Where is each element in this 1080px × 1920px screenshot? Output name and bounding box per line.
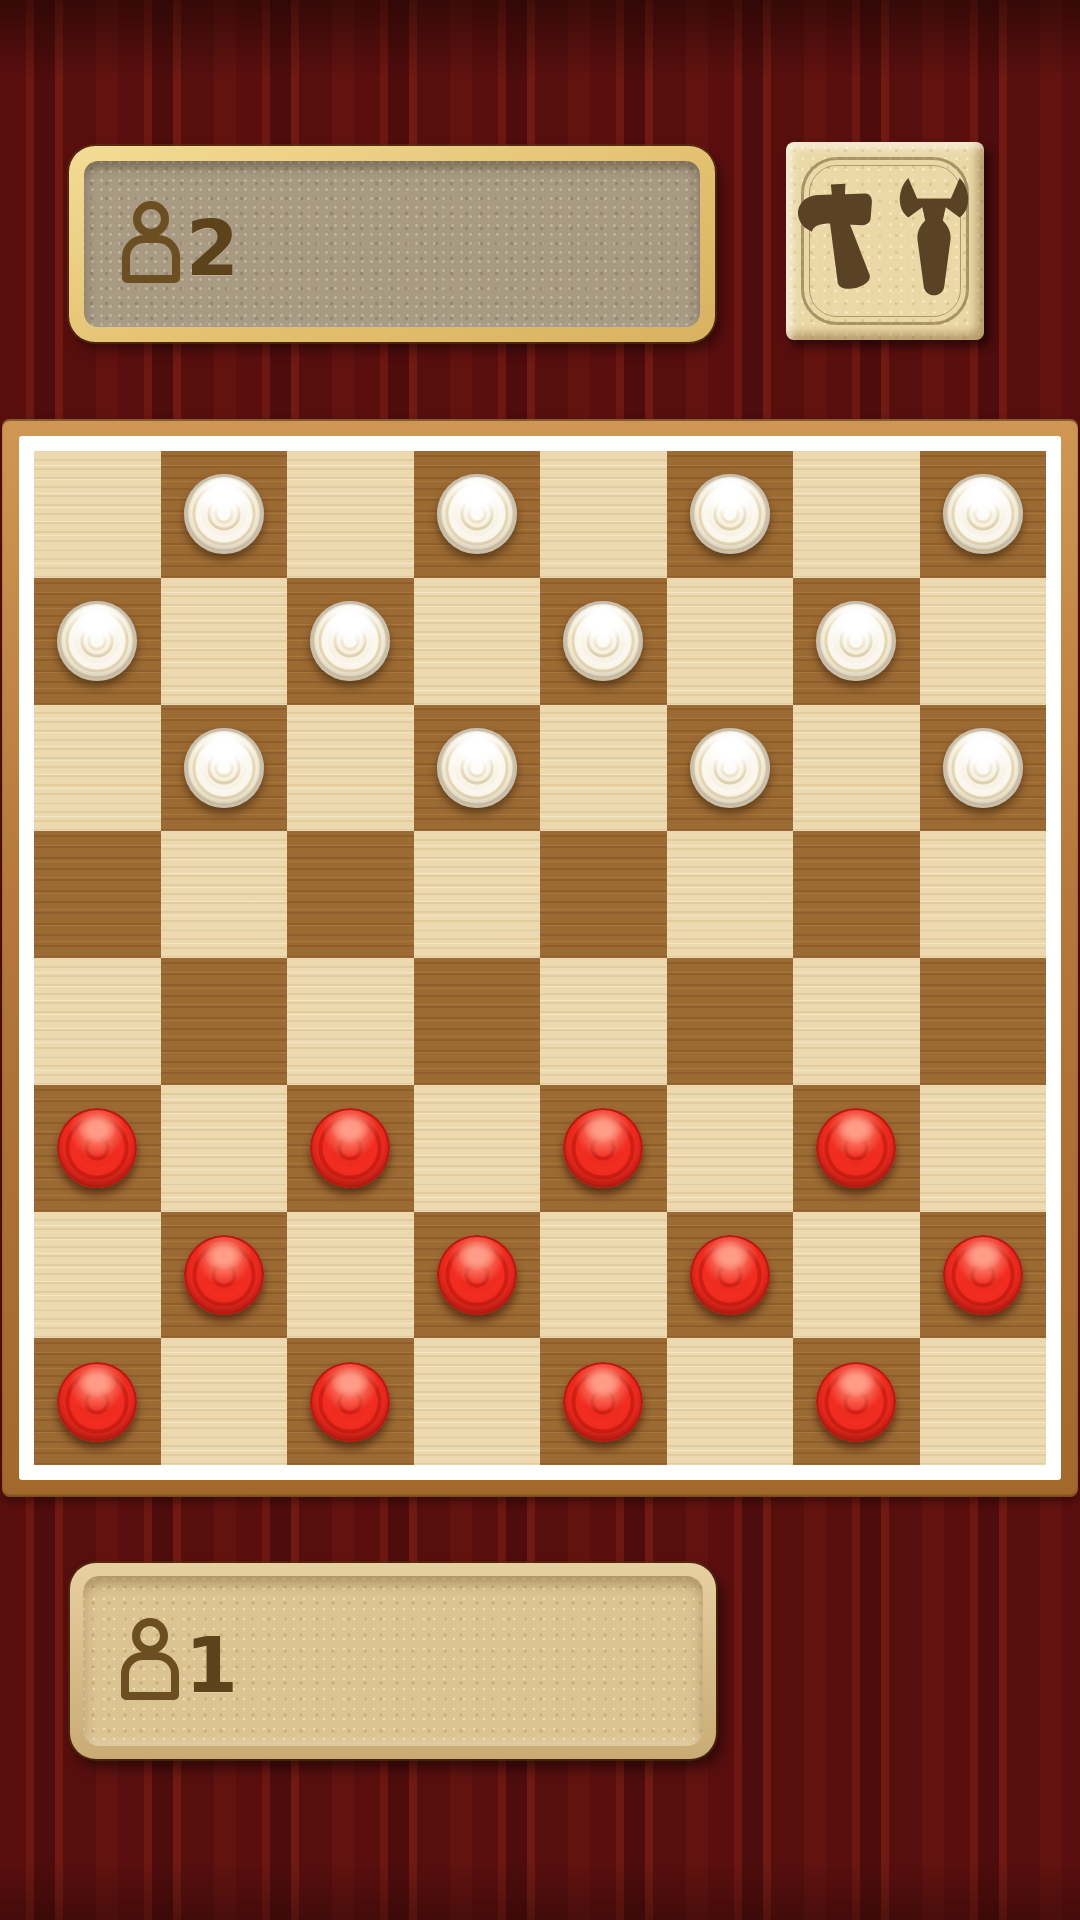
board-cell xyxy=(414,831,541,958)
white-checker[interactable] xyxy=(943,474,1023,554)
board-cell[interactable] xyxy=(667,705,794,832)
board-cell[interactable] xyxy=(414,1212,541,1339)
board-cell[interactable] xyxy=(540,831,667,958)
white-checker[interactable] xyxy=(184,474,264,554)
board-cell xyxy=(920,1085,1047,1212)
board-cell[interactable] xyxy=(161,451,288,578)
board-cell xyxy=(540,451,667,578)
wrench-icon xyxy=(897,175,971,307)
white-checker[interactable] xyxy=(563,601,643,681)
board-cell xyxy=(34,1212,161,1339)
white-checker[interactable] xyxy=(310,601,390,681)
red-checker[interactable] xyxy=(563,1362,643,1442)
board-cell xyxy=(793,1212,920,1339)
player2-number: 2 xyxy=(186,211,237,287)
white-checker[interactable] xyxy=(184,728,264,808)
red-checker[interactable] xyxy=(57,1108,137,1188)
board-cell[interactable] xyxy=(667,958,794,1085)
board-cell xyxy=(793,958,920,1085)
red-checker[interactable] xyxy=(310,1362,390,1442)
board-cell xyxy=(34,705,161,832)
board-cell[interactable] xyxy=(161,958,288,1085)
board-cell xyxy=(667,831,794,958)
board-cell[interactable] xyxy=(667,1212,794,1339)
person-head-icon xyxy=(132,1618,168,1654)
board-cell[interactable] xyxy=(414,705,541,832)
board-cell xyxy=(287,958,414,1085)
board-cell xyxy=(414,578,541,705)
person-body-icon xyxy=(122,235,180,283)
player1-badge: 1 xyxy=(121,1618,236,1704)
board-grid xyxy=(34,451,1046,1465)
board-cell[interactable] xyxy=(287,831,414,958)
red-checker[interactable] xyxy=(816,1108,896,1188)
board-cell[interactable] xyxy=(540,578,667,705)
red-checker[interactable] xyxy=(563,1108,643,1188)
board-cell xyxy=(287,1212,414,1339)
board-cell[interactable] xyxy=(34,831,161,958)
red-checker[interactable] xyxy=(184,1235,264,1315)
player1-number: 1 xyxy=(185,1628,236,1704)
board-cell xyxy=(161,1085,288,1212)
hammer-wrench-icon xyxy=(786,142,984,340)
board-cell xyxy=(161,831,288,958)
board-cell[interactable] xyxy=(920,1212,1047,1339)
board-cell xyxy=(793,451,920,578)
board-cell xyxy=(793,705,920,832)
board-cell[interactable] xyxy=(540,1085,667,1212)
white-checker[interactable] xyxy=(690,728,770,808)
white-checker[interactable] xyxy=(437,728,517,808)
board-cell[interactable] xyxy=(287,1085,414,1212)
board-cell xyxy=(287,705,414,832)
board-cell xyxy=(540,705,667,832)
board-cell[interactable] xyxy=(414,958,541,1085)
tools-button[interactable] xyxy=(786,142,984,340)
board-cell[interactable] xyxy=(667,451,794,578)
board-cell[interactable] xyxy=(34,1338,161,1465)
white-checker[interactable] xyxy=(816,601,896,681)
board-cell xyxy=(540,1212,667,1339)
red-checker[interactable] xyxy=(310,1108,390,1188)
board-cell[interactable] xyxy=(34,578,161,705)
person-head-icon xyxy=(133,201,169,237)
board-cell[interactable] xyxy=(414,451,541,578)
red-checker[interactable] xyxy=(690,1235,770,1315)
board-cell[interactable] xyxy=(161,705,288,832)
board-cell xyxy=(287,451,414,578)
person-icon xyxy=(122,201,180,287)
board-cell[interactable] xyxy=(793,831,920,958)
board-cell xyxy=(540,958,667,1085)
red-checker[interactable] xyxy=(437,1235,517,1315)
player1-plaque-face: 1 xyxy=(83,1576,703,1746)
player2-badge: 2 xyxy=(122,201,237,287)
board-cell[interactable] xyxy=(793,578,920,705)
hammer-icon xyxy=(784,167,898,312)
board-cell xyxy=(161,1338,288,1465)
board-cell xyxy=(920,831,1047,958)
board-cell xyxy=(667,578,794,705)
board-cell[interactable] xyxy=(287,578,414,705)
player2-plaque-face: 2 xyxy=(84,161,700,327)
board-cell xyxy=(161,578,288,705)
player1-plaque: 1 xyxy=(70,1563,716,1759)
red-checker[interactable] xyxy=(943,1235,1023,1315)
red-checker[interactable] xyxy=(57,1362,137,1442)
board-inner-border xyxy=(19,436,1061,1480)
board-cell xyxy=(920,578,1047,705)
player2-plaque: 2 xyxy=(69,146,715,342)
board-cell xyxy=(34,451,161,578)
board-cell[interactable] xyxy=(287,1338,414,1465)
board-cell xyxy=(34,958,161,1085)
board-cell[interactable] xyxy=(540,1338,667,1465)
board-cell[interactable] xyxy=(920,958,1047,1085)
board-cell[interactable] xyxy=(920,705,1047,832)
board-cell xyxy=(414,1085,541,1212)
board-cell xyxy=(920,1338,1047,1465)
board-cell xyxy=(414,1338,541,1465)
white-checker[interactable] xyxy=(690,474,770,554)
board-cell xyxy=(667,1085,794,1212)
board-cell[interactable] xyxy=(161,1212,288,1339)
board-cell xyxy=(667,1338,794,1465)
person-icon xyxy=(121,1618,179,1704)
red-checker[interactable] xyxy=(816,1362,896,1442)
board-cell[interactable] xyxy=(920,451,1047,578)
person-body-icon xyxy=(121,1652,179,1700)
white-checker[interactable] xyxy=(437,474,517,554)
board-cell[interactable] xyxy=(793,1338,920,1465)
board-cell[interactable] xyxy=(34,1085,161,1212)
white-checker[interactable] xyxy=(57,601,137,681)
board-frame xyxy=(2,419,1078,1497)
white-checker[interactable] xyxy=(943,728,1023,808)
board-cell[interactable] xyxy=(793,1085,920,1212)
